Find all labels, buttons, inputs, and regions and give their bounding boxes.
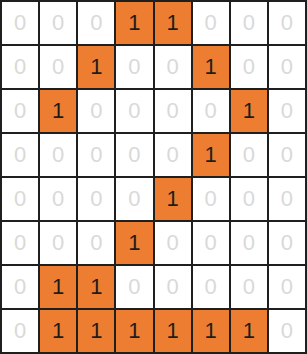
cell-r7c6[interactable]: 0 bbox=[193, 266, 229, 308]
cell-r4c8[interactable]: 0 bbox=[269, 134, 305, 176]
cell-r4c2[interactable]: 0 bbox=[40, 134, 76, 176]
cell-r7c3[interactable]: 1 bbox=[78, 266, 114, 308]
cell-r4c1[interactable]: 0 bbox=[2, 134, 38, 176]
cell-r1c3[interactable]: 0 bbox=[78, 2, 114, 44]
cell-r3c8[interactable]: 0 bbox=[269, 90, 305, 132]
cell-r7c5[interactable]: 0 bbox=[155, 266, 191, 308]
cell-r1c2[interactable]: 0 bbox=[40, 2, 76, 44]
cell-r6c1[interactable]: 0 bbox=[2, 222, 38, 264]
cell-r7c2[interactable]: 1 bbox=[40, 266, 76, 308]
cell-r4c3[interactable]: 0 bbox=[78, 134, 114, 176]
cell-r1c7[interactable]: 0 bbox=[231, 2, 267, 44]
cell-r7c1[interactable]: 0 bbox=[2, 266, 38, 308]
cell-r6c2[interactable]: 0 bbox=[40, 222, 76, 264]
cell-r1c1[interactable]: 0 bbox=[2, 2, 38, 44]
cell-r3c4[interactable]: 0 bbox=[116, 90, 152, 132]
cell-r2c6[interactable]: 1 bbox=[193, 46, 229, 88]
cell-r4c7[interactable]: 0 bbox=[231, 134, 267, 176]
cell-r1c8[interactable]: 0 bbox=[269, 2, 305, 44]
cell-r5c3[interactable]: 0 bbox=[78, 178, 114, 220]
cell-r8c8[interactable]: 0 bbox=[269, 310, 305, 352]
cell-r3c5[interactable]: 0 bbox=[155, 90, 191, 132]
cell-r8c6[interactable]: 1 bbox=[193, 310, 229, 352]
cell-r2c1[interactable]: 0 bbox=[2, 46, 38, 88]
cell-r5c4[interactable]: 0 bbox=[116, 178, 152, 220]
cell-r2c5[interactable]: 0 bbox=[155, 46, 191, 88]
cell-r4c6[interactable]: 1 bbox=[193, 134, 229, 176]
cell-r3c2[interactable]: 1 bbox=[40, 90, 76, 132]
cell-r8c2[interactable]: 1 bbox=[40, 310, 76, 352]
cell-r4c5[interactable]: 0 bbox=[155, 134, 191, 176]
cell-r8c3[interactable]: 1 bbox=[78, 310, 114, 352]
cell-r3c3[interactable]: 0 bbox=[78, 90, 114, 132]
cell-r8c5[interactable]: 1 bbox=[155, 310, 191, 352]
cell-r2c2[interactable]: 0 bbox=[40, 46, 76, 88]
cell-r4c4[interactable]: 0 bbox=[116, 134, 152, 176]
cell-r7c4[interactable]: 0 bbox=[116, 266, 152, 308]
cell-r5c7[interactable]: 0 bbox=[231, 178, 267, 220]
cell-r8c7[interactable]: 1 bbox=[231, 310, 267, 352]
cell-r7c7[interactable]: 0 bbox=[231, 266, 267, 308]
cell-r2c7[interactable]: 0 bbox=[231, 46, 267, 88]
cell-r2c4[interactable]: 0 bbox=[116, 46, 152, 88]
cell-r6c5[interactable]: 0 bbox=[155, 222, 191, 264]
cell-r5c5[interactable]: 1 bbox=[155, 178, 191, 220]
cell-r2c3[interactable]: 1 bbox=[78, 46, 114, 88]
cell-r7c8[interactable]: 0 bbox=[269, 266, 305, 308]
cell-r1c5[interactable]: 1 bbox=[155, 2, 191, 44]
binary-grid: 0001100000100100010000100000010000001000… bbox=[0, 0, 307, 354]
cell-r6c4[interactable]: 1 bbox=[116, 222, 152, 264]
cell-r6c7[interactable]: 0 bbox=[231, 222, 267, 264]
cell-r2c8[interactable]: 0 bbox=[269, 46, 305, 88]
cell-r6c3[interactable]: 0 bbox=[78, 222, 114, 264]
cell-r5c8[interactable]: 0 bbox=[269, 178, 305, 220]
cell-r8c4[interactable]: 1 bbox=[116, 310, 152, 352]
cell-r3c7[interactable]: 1 bbox=[231, 90, 267, 132]
cell-r6c6[interactable]: 0 bbox=[193, 222, 229, 264]
cell-r5c1[interactable]: 0 bbox=[2, 178, 38, 220]
cell-r5c2[interactable]: 0 bbox=[40, 178, 76, 220]
cell-r1c4[interactable]: 1 bbox=[116, 2, 152, 44]
cell-r5c6[interactable]: 0 bbox=[193, 178, 229, 220]
cell-r1c6[interactable]: 0 bbox=[193, 2, 229, 44]
cell-r3c6[interactable]: 0 bbox=[193, 90, 229, 132]
cell-r8c1[interactable]: 0 bbox=[2, 310, 38, 352]
cell-r3c1[interactable]: 0 bbox=[2, 90, 38, 132]
cell-r6c8[interactable]: 0 bbox=[269, 222, 305, 264]
